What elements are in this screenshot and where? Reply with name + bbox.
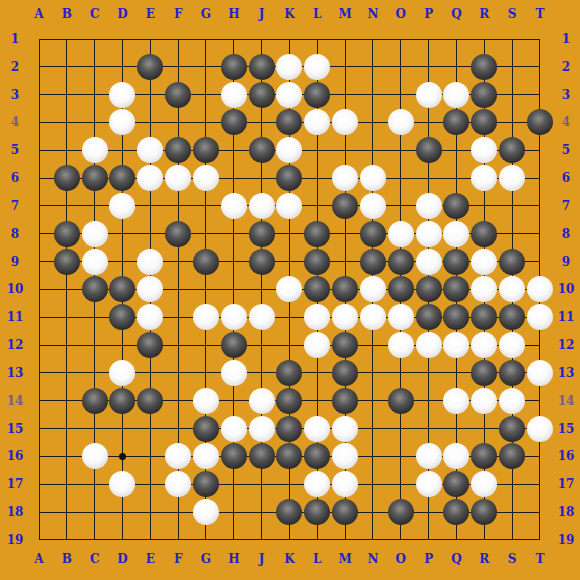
stone-R5-white[interactable] [471, 137, 497, 163]
stone-E5-white[interactable] [137, 137, 163, 163]
col-label-top-A: A [26, 7, 52, 21]
stone-Q10-black[interactable] [443, 276, 469, 302]
row-label-left-10: 10 [2, 282, 28, 296]
stone-Q3-white[interactable] [443, 82, 469, 108]
stone-P9-white[interactable] [416, 249, 442, 275]
col-label-top-T: T [527, 7, 553, 21]
stone-D11-black[interactable] [109, 304, 135, 330]
stone-D4-white[interactable] [109, 109, 135, 135]
col-label-top-S: S [499, 7, 525, 21]
stone-H3-white[interactable] [221, 82, 247, 108]
stone-S16-black[interactable] [499, 443, 525, 469]
stone-S5-black[interactable] [499, 137, 525, 163]
stone-N7-white[interactable] [360, 193, 386, 219]
col-label-bottom-A: A [26, 552, 52, 566]
row-label-right-18: 18 [553, 505, 579, 519]
stone-D7-white[interactable] [109, 193, 135, 219]
stone-H11-white[interactable] [221, 304, 247, 330]
col-label-bottom-N: N [360, 552, 386, 566]
row-label-left-16: 16 [2, 449, 28, 463]
stone-H16-black[interactable] [221, 443, 247, 469]
stone-M17-white[interactable] [332, 471, 358, 497]
stone-B6-black[interactable] [54, 165, 80, 191]
row-label-right-3: 3 [553, 88, 579, 102]
col-label-bottom-H: H [221, 552, 247, 566]
stone-H12-black[interactable] [221, 332, 247, 358]
stone-F3-black[interactable] [165, 82, 191, 108]
stone-Q17-black[interactable] [443, 471, 469, 497]
stone-S6-white[interactable] [499, 165, 525, 191]
col-label-top-L: L [304, 7, 330, 21]
col-label-top-D: D [109, 7, 135, 21]
stone-L15-white[interactable] [304, 416, 330, 442]
col-label-top-E: E [137, 7, 163, 21]
row-label-right-10: 10 [553, 282, 579, 296]
stone-P7-white[interactable] [416, 193, 442, 219]
row-label-right-17: 17 [553, 477, 579, 491]
stone-J3-black[interactable] [249, 82, 275, 108]
stone-P5-black[interactable] [416, 137, 442, 163]
stone-P17-white[interactable] [416, 471, 442, 497]
stone-R17-white[interactable] [471, 471, 497, 497]
row-label-left-14: 14 [2, 394, 28, 408]
stone-E10-white[interactable] [137, 276, 163, 302]
row-label-right-16: 16 [553, 449, 579, 463]
stone-F16-white[interactable] [165, 443, 191, 469]
stone-F6-white[interactable] [165, 165, 191, 191]
row-label-left-8: 8 [2, 227, 28, 241]
stone-T13-white[interactable] [527, 360, 553, 386]
stone-K2-white[interactable] [276, 54, 302, 80]
stone-M10-black[interactable] [332, 276, 358, 302]
stone-H13-white[interactable] [221, 360, 247, 386]
stone-S13-black[interactable] [499, 360, 525, 386]
stone-C10-black[interactable] [82, 276, 108, 302]
stone-G5-black[interactable] [193, 137, 219, 163]
stone-O18-black[interactable] [388, 499, 414, 525]
row-label-right-19: 19 [553, 533, 579, 547]
stone-E6-white[interactable] [137, 165, 163, 191]
stone-E2-black[interactable] [137, 54, 163, 80]
stone-F8-black[interactable] [165, 221, 191, 247]
stone-D14-black[interactable] [109, 388, 135, 414]
stone-Q18-black[interactable] [443, 499, 469, 525]
col-label-top-P: P [416, 7, 442, 21]
stone-M12-black[interactable] [332, 332, 358, 358]
stone-C14-black[interactable] [82, 388, 108, 414]
col-label-top-C: C [82, 7, 108, 21]
col-label-top-J: J [249, 7, 275, 21]
stone-R8-black[interactable] [471, 221, 497, 247]
row-label-right-6: 6 [553, 171, 579, 185]
stone-E9-white[interactable] [137, 249, 163, 275]
stone-T15-white[interactable] [527, 416, 553, 442]
stone-P12-white[interactable] [416, 332, 442, 358]
stone-H4-black[interactable] [221, 109, 247, 135]
stone-K14-black[interactable] [276, 388, 302, 414]
stone-O8-white[interactable] [388, 221, 414, 247]
col-label-top-Q: Q [443, 7, 469, 21]
stone-H15-white[interactable] [221, 416, 247, 442]
stone-R14-white[interactable] [471, 388, 497, 414]
stone-R2-black[interactable] [471, 54, 497, 80]
col-label-bottom-R: R [471, 552, 497, 566]
stone-L12-white[interactable] [304, 332, 330, 358]
row-label-right-9: 9 [553, 255, 579, 269]
stone-S12-white[interactable] [499, 332, 525, 358]
stone-T10-white[interactable] [527, 276, 553, 302]
row-label-right-7: 7 [553, 199, 579, 213]
stone-N8-black[interactable] [360, 221, 386, 247]
stone-G11-white[interactable] [193, 304, 219, 330]
col-label-bottom-G: G [193, 552, 219, 566]
row-label-left-9: 9 [2, 255, 28, 269]
row-label-right-11: 11 [553, 310, 579, 324]
stone-E11-white[interactable] [137, 304, 163, 330]
stone-Q7-black[interactable] [443, 193, 469, 219]
stone-N9-black[interactable] [360, 249, 386, 275]
row-label-right-4: 4 [553, 115, 579, 129]
stone-Q4-black[interactable] [443, 109, 469, 135]
stone-M14-black[interactable] [332, 388, 358, 414]
stone-K13-black[interactable] [276, 360, 302, 386]
stone-C6-black[interactable] [82, 165, 108, 191]
stone-D10-black[interactable] [109, 276, 135, 302]
stone-L11-white[interactable] [304, 304, 330, 330]
stone-O9-black[interactable] [388, 249, 414, 275]
col-label-top-H: H [221, 7, 247, 21]
stone-L4-white[interactable] [304, 109, 330, 135]
stone-K10-white[interactable] [276, 276, 302, 302]
row-label-right-13: 13 [553, 366, 579, 380]
stone-T4-black[interactable] [527, 109, 553, 135]
col-label-bottom-D: D [109, 552, 135, 566]
col-label-bottom-B: B [54, 552, 80, 566]
stone-C5-white[interactable] [82, 137, 108, 163]
col-label-bottom-C: C [82, 552, 108, 566]
stone-D6-black[interactable] [109, 165, 135, 191]
col-label-bottom-O: O [388, 552, 414, 566]
stone-K6-black[interactable] [276, 165, 302, 191]
stone-J15-white[interactable] [249, 416, 275, 442]
stone-C16-white[interactable] [82, 443, 108, 469]
stone-R3-black[interactable] [471, 82, 497, 108]
row-label-right-15: 15 [553, 422, 579, 436]
stone-L8-black[interactable] [304, 221, 330, 247]
stone-K3-white[interactable] [276, 82, 302, 108]
stone-O14-black[interactable] [388, 388, 414, 414]
row-label-left-15: 15 [2, 422, 28, 436]
stone-R16-black[interactable] [471, 443, 497, 469]
stone-E14-black[interactable] [137, 388, 163, 414]
stone-C9-white[interactable] [82, 249, 108, 275]
col-label-top-B: B [54, 7, 80, 21]
row-label-left-7: 7 [2, 199, 28, 213]
stone-Q9-black[interactable] [443, 249, 469, 275]
stone-G18-white[interactable] [193, 499, 219, 525]
stone-Q12-white[interactable] [443, 332, 469, 358]
stone-Q11-black[interactable] [443, 304, 469, 330]
stone-R11-black[interactable] [471, 304, 497, 330]
stone-P10-black[interactable] [416, 276, 442, 302]
row-label-left-5: 5 [2, 143, 28, 157]
col-label-top-R: R [471, 7, 497, 21]
row-label-left-6: 6 [2, 171, 28, 185]
row-label-left-3: 3 [2, 88, 28, 102]
stone-O11-white[interactable] [388, 304, 414, 330]
stone-R10-white[interactable] [471, 276, 497, 302]
row-label-right-2: 2 [553, 60, 579, 74]
stone-D3-white[interactable] [109, 82, 135, 108]
row-label-right-14: 14 [553, 394, 579, 408]
col-label-bottom-T: T [527, 552, 553, 566]
row-label-right-8: 8 [553, 227, 579, 241]
stone-R6-white[interactable] [471, 165, 497, 191]
stone-R4-black[interactable] [471, 109, 497, 135]
stone-O10-black[interactable] [388, 276, 414, 302]
stone-S10-white[interactable] [499, 276, 525, 302]
stone-L3-black[interactable] [304, 82, 330, 108]
stone-J8-black[interactable] [249, 221, 275, 247]
stone-C8-white[interactable] [82, 221, 108, 247]
stone-G9-black[interactable] [193, 249, 219, 275]
col-label-bottom-J: J [249, 552, 275, 566]
row-label-left-13: 13 [2, 366, 28, 380]
stone-M7-black[interactable] [332, 193, 358, 219]
stone-B8-black[interactable] [54, 221, 80, 247]
col-label-bottom-P: P [416, 552, 442, 566]
stone-G16-white[interactable] [193, 443, 219, 469]
stone-P16-white[interactable] [416, 443, 442, 469]
stone-H2-black[interactable] [221, 54, 247, 80]
stone-S15-black[interactable] [499, 416, 525, 442]
row-label-right-1: 1 [553, 32, 579, 46]
row-label-left-2: 2 [2, 60, 28, 74]
stone-K7-white[interactable] [276, 193, 302, 219]
row-label-right-12: 12 [553, 338, 579, 352]
stone-G17-black[interactable] [193, 471, 219, 497]
col-label-bottom-S: S [499, 552, 525, 566]
stone-R18-black[interactable] [471, 499, 497, 525]
stone-L2-white[interactable] [304, 54, 330, 80]
row-label-left-11: 11 [2, 310, 28, 324]
col-label-bottom-E: E [137, 552, 163, 566]
stone-S11-black[interactable] [499, 304, 525, 330]
stone-L16-black[interactable] [304, 443, 330, 469]
stone-M11-white[interactable] [332, 304, 358, 330]
stone-K5-white[interactable] [276, 137, 302, 163]
col-label-bottom-L: L [304, 552, 330, 566]
stone-P8-white[interactable] [416, 221, 442, 247]
stone-G14-white[interactable] [193, 388, 219, 414]
stone-J16-black[interactable] [249, 443, 275, 469]
stone-M6-white[interactable] [332, 165, 358, 191]
stone-J5-black[interactable] [249, 137, 275, 163]
stone-R13-black[interactable] [471, 360, 497, 386]
stone-J14-white[interactable] [249, 388, 275, 414]
stone-Q14-white[interactable] [443, 388, 469, 414]
stone-P3-white[interactable] [416, 82, 442, 108]
stone-N10-white[interactable] [360, 276, 386, 302]
col-label-bottom-M: M [332, 552, 358, 566]
stone-M4-white[interactable] [332, 109, 358, 135]
stone-D13-white[interactable] [109, 360, 135, 386]
col-label-top-M: M [332, 7, 358, 21]
stone-M18-black[interactable] [332, 499, 358, 525]
stone-J11-white[interactable] [249, 304, 275, 330]
stone-N6-white[interactable] [360, 165, 386, 191]
stone-K18-black[interactable] [276, 499, 302, 525]
stone-Q16-white[interactable] [443, 443, 469, 469]
grid-hline [39, 539, 541, 540]
go-board[interactable]: AABBCCDDEEFFGGHHJJKKLLMMNNOOPPQQRRSSTT11… [0, 0, 580, 580]
col-label-top-F: F [165, 7, 191, 21]
stone-O4-white[interactable] [388, 109, 414, 135]
stone-R12-white[interactable] [471, 332, 497, 358]
stone-D17-white[interactable] [109, 471, 135, 497]
stone-K16-black[interactable] [276, 443, 302, 469]
stone-R9-white[interactable] [471, 249, 497, 275]
stone-M16-white[interactable] [332, 443, 358, 469]
stone-S9-black[interactable] [499, 249, 525, 275]
stone-L17-white[interactable] [304, 471, 330, 497]
col-label-top-N: N [360, 7, 386, 21]
stone-L10-black[interactable] [304, 276, 330, 302]
stone-G15-black[interactable] [193, 416, 219, 442]
stone-J2-black[interactable] [249, 54, 275, 80]
stone-M13-black[interactable] [332, 360, 358, 386]
row-label-left-12: 12 [2, 338, 28, 352]
col-label-top-G: G [193, 7, 219, 21]
stone-G6-white[interactable] [193, 165, 219, 191]
row-label-left-1: 1 [2, 32, 28, 46]
stone-L18-black[interactable] [304, 499, 330, 525]
stone-F17-white[interactable] [165, 471, 191, 497]
stone-K15-black[interactable] [276, 416, 302, 442]
stone-K4-black[interactable] [276, 109, 302, 135]
stone-B9-black[interactable] [54, 249, 80, 275]
col-label-bottom-F: F [165, 552, 191, 566]
col-label-bottom-Q: Q [443, 552, 469, 566]
col-label-top-K: K [276, 7, 302, 21]
stone-T11-white[interactable] [527, 304, 553, 330]
stone-L9-black[interactable] [304, 249, 330, 275]
col-label-top-O: O [388, 7, 414, 21]
stone-J7-white[interactable] [249, 193, 275, 219]
stone-M15-white[interactable] [332, 416, 358, 442]
stone-Q8-white[interactable] [443, 221, 469, 247]
stone-F5-black[interactable] [165, 137, 191, 163]
stone-J9-black[interactable] [249, 249, 275, 275]
row-label-right-5: 5 [553, 143, 579, 157]
stone-N11-white[interactable] [360, 304, 386, 330]
row-label-left-17: 17 [2, 477, 28, 491]
stone-E12-black[interactable] [137, 332, 163, 358]
star-point-D16 [119, 453, 126, 460]
row-label-left-18: 18 [2, 505, 28, 519]
row-label-left-4: 4 [2, 115, 28, 129]
stone-S14-white[interactable] [499, 388, 525, 414]
stone-H7-white[interactable] [221, 193, 247, 219]
stone-O12-white[interactable] [388, 332, 414, 358]
row-label-left-19: 19 [2, 533, 28, 547]
col-label-bottom-K: K [276, 552, 302, 566]
stone-P11-black[interactable] [416, 304, 442, 330]
